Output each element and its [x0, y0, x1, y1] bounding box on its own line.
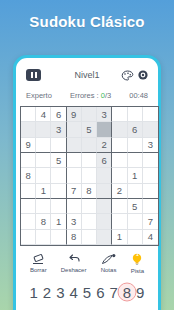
cell-r5c3[interactable]: [51, 168, 66, 183]
number-pad: 123456789: [20, 283, 154, 301]
cell-r3c7[interactable]: [112, 138, 127, 153]
timer: 00:48: [129, 91, 148, 100]
cell-r6c2[interactable]: 1: [36, 184, 51, 199]
cell-r3c4[interactable]: [67, 138, 82, 153]
cell-r7c5[interactable]: [82, 199, 97, 214]
cell-r1c8[interactable]: [128, 107, 143, 122]
cell-r8c5[interactable]: [82, 214, 97, 229]
cell-r1c4[interactable]: 9: [67, 107, 82, 122]
hint-button[interactable]: 1 Pista: [131, 253, 144, 274]
cell-r1c7[interactable]: [112, 107, 127, 122]
action-bar: Borrar Deshacer Notas: [20, 253, 154, 274]
difficulty-label: Experto: [26, 91, 52, 100]
erase-button[interactable]: Borrar: [30, 253, 47, 274]
cell-r3c9[interactable]: 3: [143, 138, 158, 153]
numpad-key-5[interactable]: 5: [80, 283, 93, 301]
page-title: Sudoku Clásico: [0, 13, 174, 30]
cell-r7c9[interactable]: [143, 199, 158, 214]
numpad-key-3[interactable]: 3: [54, 283, 67, 301]
notes-label: Notas: [101, 267, 117, 273]
cell-r4c2[interactable]: [36, 153, 51, 168]
cell-r9c1[interactable]: [21, 230, 36, 245]
settings-icon[interactable]: [138, 70, 148, 80]
cell-r7c1[interactable]: [21, 199, 36, 214]
cell-r1c6[interactable]: 3: [97, 107, 112, 122]
cell-r2c5[interactable]: 5: [82, 122, 97, 137]
numpad-key-6[interactable]: 6: [94, 283, 107, 301]
cell-r2c6[interactable]: [97, 122, 112, 137]
cell-r9c4[interactable]: 8: [67, 230, 82, 245]
game-header: Nivel1: [20, 68, 154, 82]
cell-r4c7[interactable]: [112, 153, 127, 168]
cell-r9c2[interactable]: [36, 230, 51, 245]
cell-r4c4[interactable]: [67, 153, 82, 168]
cell-r8c7[interactable]: [112, 214, 127, 229]
cell-r6c6[interactable]: [97, 184, 112, 199]
cell-r3c5[interactable]: [82, 138, 97, 153]
cell-r3c3[interactable]: [51, 138, 66, 153]
notes-button[interactable]: Notas: [101, 253, 117, 274]
cell-r3c1[interactable]: 9: [21, 138, 36, 153]
cell-r4c6[interactable]: 6: [97, 153, 112, 168]
cell-r9c3[interactable]: [51, 230, 66, 245]
cell-r2c4[interactable]: [67, 122, 82, 137]
numpad-key-8[interactable]: 8: [120, 283, 133, 301]
cell-r7c7[interactable]: [112, 199, 127, 214]
undo-label: Deshacer: [61, 267, 87, 273]
numpad-key-4[interactable]: 4: [67, 283, 80, 301]
cell-r1c2[interactable]: 4: [36, 107, 51, 122]
cell-r6c9[interactable]: [143, 184, 158, 199]
cell-r3c6[interactable]: 2: [97, 138, 112, 153]
cell-r3c8[interactable]: [128, 138, 143, 153]
errors-counter: Errores : 0/3: [70, 91, 111, 100]
cell-r8c3[interactable]: 1: [51, 214, 66, 229]
cell-r7c4[interactable]: [67, 199, 82, 214]
cell-r2c9[interactable]: [143, 122, 158, 137]
cell-r8c1[interactable]: [21, 214, 36, 229]
cell-r9c6[interactable]: [97, 230, 112, 245]
cell-r2c1[interactable]: [21, 122, 36, 137]
bulb-icon: 1: [131, 253, 143, 266]
cell-r5c8[interactable]: 1: [128, 168, 143, 183]
cell-r9c5[interactable]: [82, 230, 97, 245]
app-background: Sudoku Clásico Nivel1: [0, 0, 174, 310]
eraser-icon: [31, 253, 45, 265]
cell-r5c9[interactable]: [143, 168, 158, 183]
phone-mockup: Nivel1 Expe: [13, 55, 161, 310]
cell-r9c8[interactable]: [128, 230, 143, 245]
undo-button[interactable]: Deshacer: [61, 253, 87, 274]
undo-icon: [67, 253, 81, 265]
cell-r5c1[interactable]: 8: [21, 168, 36, 183]
cell-r4c1[interactable]: [21, 153, 36, 168]
cell-r6c8[interactable]: [128, 184, 143, 199]
cell-r5c6[interactable]: [97, 168, 112, 183]
cell-r6c3[interactable]: [51, 184, 66, 199]
cell-r7c2[interactable]: [36, 199, 51, 214]
cell-r8c2[interactable]: 8: [36, 214, 51, 229]
cell-r6c4[interactable]: 7: [67, 184, 82, 199]
numpad-key-9[interactable]: 9: [134, 283, 147, 301]
cell-r5c2[interactable]: [36, 168, 51, 183]
numpad-key-2[interactable]: 2: [40, 283, 53, 301]
cell-r7c8[interactable]: 5: [128, 199, 143, 214]
palette-icon[interactable]: [121, 70, 134, 81]
cell-r5c5[interactable]: [82, 168, 97, 183]
cell-r2c2[interactable]: [36, 122, 51, 137]
cell-r9c9[interactable]: 4: [143, 230, 158, 245]
cell-r5c4[interactable]: [67, 168, 82, 183]
cell-r7c3[interactable]: [51, 199, 66, 214]
cell-r9c7[interactable]: 1: [112, 230, 127, 245]
cell-r8c4[interactable]: 3: [67, 214, 82, 229]
sudoku-board: 46933569235681178258137814: [20, 106, 159, 246]
cell-r6c7[interactable]: 2: [112, 184, 127, 199]
hint-label: Pista: [131, 268, 144, 274]
cell-r8c6[interactable]: [97, 214, 112, 229]
cell-r2c3[interactable]: 3: [51, 122, 66, 137]
cell-r2c7[interactable]: [112, 122, 127, 137]
cell-r8c9[interactable]: 7: [143, 214, 158, 229]
feather-icon: [101, 253, 117, 265]
cell-r1c1[interactable]: [21, 107, 36, 122]
cell-r1c3[interactable]: 6: [51, 107, 66, 122]
status-row: Experto Errores : 0/3 00:48: [20, 91, 154, 100]
numpad-key-1[interactable]: 1: [27, 283, 40, 301]
cell-r6c1[interactable]: [21, 184, 36, 199]
cell-r4c9[interactable]: [143, 153, 158, 168]
cell-r8c8[interactable]: [128, 214, 143, 229]
cell-r4c8[interactable]: [128, 153, 143, 168]
cell-r6c5[interactable]: 8: [82, 184, 97, 199]
erase-label: Borrar: [30, 267, 47, 273]
cell-r1c5[interactable]: [82, 107, 97, 122]
cell-r4c3[interactable]: 5: [51, 153, 66, 168]
cell-r2c8[interactable]: 6: [128, 122, 143, 137]
cell-r1c9[interactable]: [143, 107, 158, 122]
cell-r7c6[interactable]: [97, 199, 112, 214]
cell-r5c7[interactable]: [112, 168, 127, 183]
cell-r4c5[interactable]: [82, 153, 97, 168]
cell-r3c2[interactable]: [36, 138, 51, 153]
